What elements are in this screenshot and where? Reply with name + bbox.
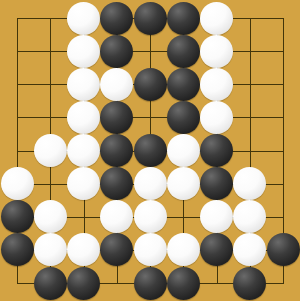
white-stone — [1, 167, 34, 200]
black-stone — [200, 233, 233, 266]
white-stone — [67, 233, 100, 266]
black-stone — [100, 233, 133, 266]
black-stone — [167, 267, 200, 300]
black-stone — [134, 267, 167, 300]
white-stone — [67, 2, 100, 35]
white-stone — [34, 134, 67, 167]
white-stone — [100, 68, 133, 101]
black-stone — [134, 134, 167, 167]
white-stone — [134, 233, 167, 266]
black-stone — [100, 35, 133, 68]
white-stone — [233, 200, 266, 233]
black-stone — [233, 267, 266, 300]
black-stone — [167, 2, 200, 35]
black-stone — [100, 134, 133, 167]
white-stone — [134, 200, 167, 233]
white-stone — [167, 134, 200, 167]
white-stone — [200, 35, 233, 68]
black-stone — [200, 134, 233, 167]
black-stone — [100, 167, 133, 200]
black-stone — [167, 101, 200, 134]
black-stone — [34, 267, 67, 300]
black-stone — [1, 233, 34, 266]
white-stone — [67, 35, 100, 68]
white-stone — [134, 167, 167, 200]
black-stone — [67, 267, 100, 300]
white-stone — [200, 2, 233, 35]
black-stone — [134, 68, 167, 101]
black-stone — [100, 101, 133, 134]
white-stone — [200, 200, 233, 233]
white-stone — [100, 200, 133, 233]
black-stone — [1, 200, 34, 233]
white-stone — [167, 233, 200, 266]
white-stone — [200, 101, 233, 134]
black-stone — [167, 35, 200, 68]
black-stone — [267, 233, 300, 266]
white-stone — [233, 167, 266, 200]
white-stone — [67, 167, 100, 200]
black-stone — [134, 2, 167, 35]
white-stone — [200, 68, 233, 101]
white-stone — [34, 233, 67, 266]
white-stone — [233, 233, 266, 266]
white-stone — [67, 101, 100, 134]
white-stone — [67, 134, 100, 167]
black-stone — [100, 2, 133, 35]
black-stone — [200, 167, 233, 200]
white-stone — [67, 68, 100, 101]
black-stone — [167, 68, 200, 101]
go-board[interactable] — [0, 0, 300, 301]
white-stone — [34, 200, 67, 233]
white-stone — [167, 167, 200, 200]
